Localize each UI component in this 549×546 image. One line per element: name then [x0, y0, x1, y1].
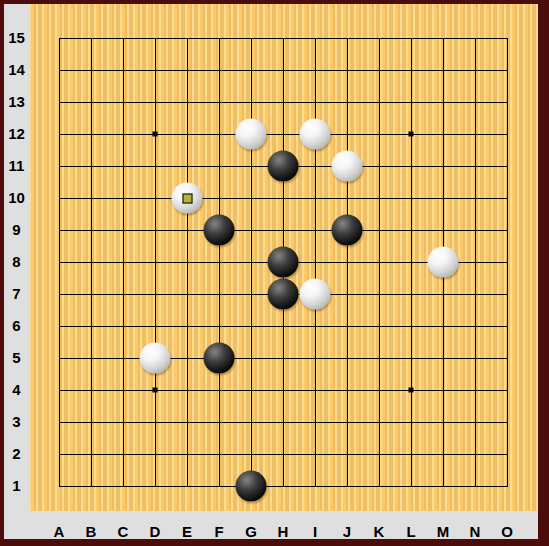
board-grid	[59, 38, 508, 487]
column-label-B: B	[81, 522, 101, 542]
row-label-11: 11	[4, 156, 29, 176]
board-panel: 151413121110987654321 ABCDEFGHIJKLMNO	[4, 4, 538, 539]
row-label-13: 13	[4, 92, 29, 112]
row-label-12: 12	[4, 124, 29, 144]
star-point-D4	[153, 388, 158, 393]
stone-black-F5	[204, 343, 235, 374]
last-move-square-marker	[182, 193, 192, 203]
star-point-L12	[409, 132, 414, 137]
row-label-5: 5	[4, 348, 29, 368]
stone-white-D5	[140, 343, 171, 374]
stone-black-J9	[332, 215, 363, 246]
star-point-D12	[153, 132, 158, 137]
column-label-N: N	[465, 522, 485, 542]
stone-white-J11	[332, 151, 363, 182]
board-surface[interactable]	[29, 4, 538, 511]
row-label-6: 6	[4, 316, 29, 336]
stone-black-H8	[268, 247, 299, 278]
stone-black-F9	[204, 215, 235, 246]
column-label-L: L	[401, 522, 421, 542]
row-label-7: 7	[4, 284, 29, 304]
stone-white-I7	[300, 279, 331, 310]
row-label-4: 4	[4, 380, 29, 400]
star-point-L4	[409, 388, 414, 393]
column-label-F: F	[209, 522, 229, 542]
stone-black-H7	[268, 279, 299, 310]
stone-white-G12	[236, 119, 267, 150]
row-label-10: 10	[4, 188, 29, 208]
column-label-G: G	[241, 522, 261, 542]
row-label-3: 3	[4, 412, 29, 432]
row-label-2: 2	[4, 444, 29, 464]
row-label-8: 8	[4, 252, 29, 272]
stone-white-M8	[428, 247, 459, 278]
column-label-K: K	[369, 522, 389, 542]
column-label-O: O	[497, 522, 517, 542]
row-label-1: 1	[4, 476, 29, 496]
row-label-15: 15	[4, 28, 29, 48]
row-label-9: 9	[4, 220, 29, 240]
column-label-E: E	[177, 522, 197, 542]
stone-black-H11	[268, 151, 299, 182]
go-board-diagram: 151413121110987654321 ABCDEFGHIJKLMNO	[0, 0, 549, 546]
stone-black-G1	[236, 471, 267, 502]
column-label-J: J	[337, 522, 357, 542]
stone-white-E10	[172, 183, 203, 214]
column-label-C: C	[113, 522, 133, 542]
column-label-D: D	[145, 522, 165, 542]
row-label-14: 14	[4, 60, 29, 80]
column-label-I: I	[305, 522, 325, 542]
column-label-M: M	[433, 522, 453, 542]
stone-white-I12	[300, 119, 331, 150]
column-label-H: H	[273, 522, 293, 542]
column-label-A: A	[49, 522, 69, 542]
